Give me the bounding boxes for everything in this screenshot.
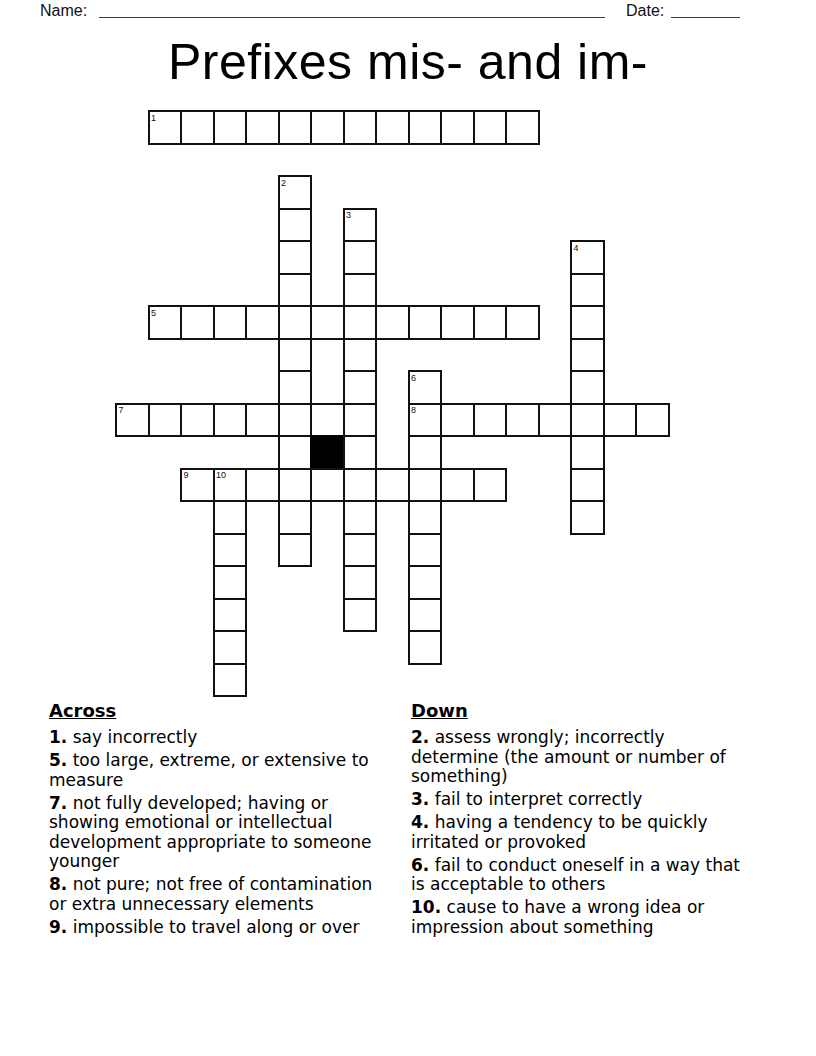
across-clue-list: 1. say incorrectly5. too large, extreme,… [49, 728, 381, 937]
cell-number: 3 [346, 211, 351, 220]
grid-cell[interactable] [570, 305, 605, 340]
grid-cell[interactable] [310, 468, 345, 503]
date-blank-line[interactable] [671, 2, 740, 18]
grid-cell[interactable] [473, 110, 508, 145]
grid-cell[interactable] [408, 598, 443, 633]
grid-cell[interactable] [245, 305, 280, 340]
grid-cell[interactable] [440, 110, 475, 145]
grid-cell[interactable] [570, 435, 605, 470]
cell-number: 6 [411, 374, 416, 383]
grid-cell[interactable] [213, 565, 248, 600]
down-heading: Down [411, 700, 745, 721]
grid-cell[interactable] [148, 403, 183, 438]
cell-number: 8 [411, 406, 416, 415]
grid-cell[interactable] [278, 468, 313, 503]
black-cell [310, 435, 345, 470]
grid-cell[interactable] [570, 468, 605, 503]
grid-cell[interactable] [245, 468, 280, 503]
grid-cell[interactable] [213, 630, 248, 665]
crossword-grid: 12345678910 [115, 110, 670, 697]
clue-item: 10. cause to have a wrong idea or impres… [411, 898, 745, 937]
grid-cell[interactable] [343, 273, 378, 308]
grid-cell[interactable] [603, 403, 638, 438]
grid-cell[interactable] [343, 533, 378, 568]
grid-cell[interactable] [245, 403, 280, 438]
grid-cell[interactable] [570, 273, 605, 308]
down-clues: Down 2. assess wrongly; incorrectly dete… [411, 700, 745, 941]
grid-cell[interactable] [213, 305, 248, 340]
grid-cell[interactable] [343, 370, 378, 405]
grid-cell[interactable] [343, 468, 378, 503]
header-bar: Name: Date: [0, 0, 816, 26]
clue-number: 4. [411, 812, 429, 832]
grid-cell[interactable] [245, 110, 280, 145]
grid-cell[interactable] [408, 500, 443, 535]
grid-cell[interactable] [180, 110, 215, 145]
grid-cell[interactable] [473, 468, 508, 503]
grid-cell[interactable] [343, 240, 378, 275]
grid-cell[interactable] [635, 403, 670, 438]
grid-cell[interactable] [570, 338, 605, 373]
down-clue-list: 2. assess wrongly; incorrectly determine… [411, 728, 745, 937]
grid-cell[interactable] [278, 435, 313, 470]
grid-cell[interactable] [408, 435, 443, 470]
clue-item: 2. assess wrongly; incorrectly determine… [411, 728, 745, 787]
grid-cell[interactable] [343, 598, 378, 633]
clue-number: 7. [49, 793, 67, 813]
cell-number: 9 [184, 471, 189, 480]
cell-number: 5 [151, 309, 156, 318]
clue-item: 4. having a tendency to be quickly irrit… [411, 813, 745, 852]
cell-number: 1 [151, 114, 156, 123]
grid-cell[interactable] [505, 403, 540, 438]
grid-cell[interactable] [278, 273, 313, 308]
grid-cell[interactable] [278, 500, 313, 535]
grid-cell[interactable] [343, 565, 378, 600]
grid-cell[interactable] [278, 370, 313, 405]
grid-cell[interactable] [375, 110, 410, 145]
cell-number: 2 [281, 179, 286, 188]
grid-cell[interactable] [278, 305, 313, 340]
grid-cell[interactable] [505, 110, 540, 145]
clue-number: 5. [49, 750, 67, 770]
grid-cell[interactable] [408, 110, 443, 145]
grid-cell[interactable] [408, 468, 443, 503]
clue-item: 5. too large, extreme, or extensive to m… [49, 751, 381, 790]
grid-cell[interactable] [343, 403, 378, 438]
grid-cell[interactable] [440, 403, 475, 438]
grid-cell[interactable] [570, 403, 605, 438]
clue-item: 1. say incorrectly [49, 728, 381, 748]
grid-cell[interactable] [375, 468, 410, 503]
grid-cell[interactable] [343, 435, 378, 470]
grid-cell[interactable] [570, 370, 605, 405]
clue-number: 3. [411, 789, 429, 809]
grid-cell[interactable] [310, 305, 345, 340]
grid-cell[interactable] [473, 305, 508, 340]
grid-cell[interactable] [278, 338, 313, 373]
clue-number: 2. [411, 727, 429, 747]
grid-cell[interactable] [213, 500, 248, 535]
grid-cell[interactable] [310, 110, 345, 145]
clue-item: 3. fail to interpret correctly [411, 790, 745, 810]
clue-number: 6. [411, 855, 429, 875]
grid-cell[interactable] [375, 305, 410, 340]
grid-cell[interactable] [278, 533, 313, 568]
clue-number: 9. [49, 917, 67, 937]
clue-number: 8. [49, 874, 67, 894]
grid-cell[interactable] [278, 403, 313, 438]
grid-cell[interactable] [278, 240, 313, 275]
grid-cell[interactable] [538, 403, 573, 438]
grid-cell[interactable] [408, 305, 443, 340]
clue-item: 8. not pure; not free of contamination o… [49, 875, 381, 914]
grid-cell[interactable] [180, 305, 215, 340]
name-label: Name: [40, 2, 87, 20]
grid-cell[interactable] [440, 468, 475, 503]
cell-number: 4 [574, 244, 579, 253]
grid-cell[interactable] [408, 533, 443, 568]
date-label: Date: [626, 2, 664, 20]
clue-number: 1. [49, 727, 67, 747]
grid-cell[interactable] [213, 110, 248, 145]
clue-item: 6. fail to conduct oneself in a way that… [411, 856, 745, 895]
grid-cell[interactable] [408, 630, 443, 665]
cell-number: 7 [119, 406, 124, 415]
grid-cell[interactable] [343, 110, 378, 145]
grid-cell[interactable] [343, 305, 378, 340]
grid-cell[interactable] [278, 208, 313, 243]
grid-cell[interactable] [343, 500, 378, 535]
grid-cell[interactable] [408, 565, 443, 600]
grid-cell[interactable] [180, 403, 215, 438]
cell-number: 10 [216, 471, 226, 480]
grid-cell[interactable] [310, 403, 345, 438]
grid-cell[interactable] [213, 598, 248, 633]
name-blank-line[interactable] [99, 2, 605, 18]
grid-cell[interactable] [278, 110, 313, 145]
clue-number: 10. [411, 897, 441, 917]
across-clues: Across 1. say incorrectly5. too large, e… [49, 700, 381, 941]
grid-cell[interactable] [440, 305, 475, 340]
grid-cell[interactable] [213, 663, 248, 698]
grid-cell[interactable] [473, 403, 508, 438]
grid-cell[interactable] [505, 305, 540, 340]
grid-cell[interactable] [213, 403, 248, 438]
clue-item: 9. impossible to travel along or over [49, 918, 381, 938]
clue-item: 7. not fully developed; having or showin… [49, 794, 381, 872]
grid-cell[interactable] [570, 500, 605, 535]
grid-cell[interactable] [213, 533, 248, 568]
grid-cell[interactable] [343, 338, 378, 373]
across-heading: Across [49, 700, 381, 721]
page-title: Prefixes mis- and im- [0, 33, 816, 91]
